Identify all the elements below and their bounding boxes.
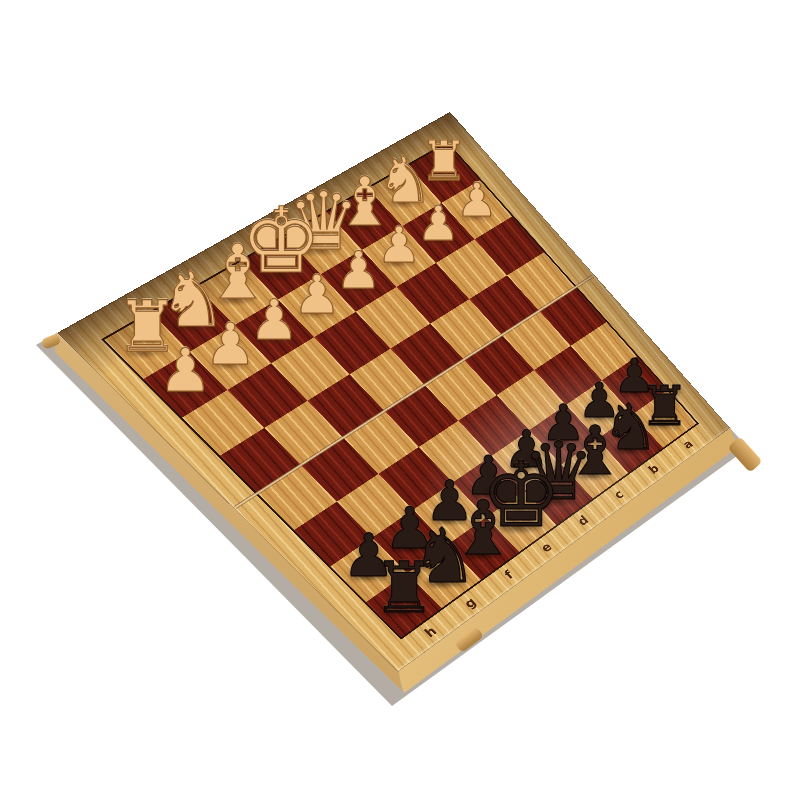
chess-board: hgfedcba hgfedcba xyxy=(57,112,730,672)
board-squares-grid xyxy=(104,144,696,638)
clasp-knob-right-corner xyxy=(727,436,762,473)
product-photo-stage: hgfedcba hgfedcba ♜♞♝♛♚♝♞♜♟♟♟♟♟♟♟♟♜♞♝♛♚♝… xyxy=(0,0,800,800)
